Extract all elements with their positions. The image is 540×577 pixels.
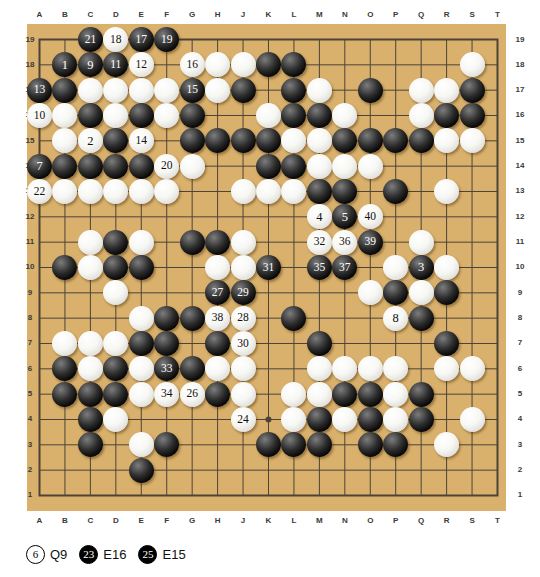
black-stone-G16 [180, 103, 205, 128]
caption-stone-6: 6 [26, 545, 45, 564]
black-stone-M16 [307, 103, 332, 128]
row-label-right-14: 14 [509, 160, 531, 172]
black-stone-L17 [281, 78, 306, 103]
black-stone-K10: 31 [256, 255, 281, 280]
move-number-26: 26 [186, 388, 198, 400]
move-number-33: 33 [161, 363, 173, 375]
move-number-12: 12 [136, 59, 148, 71]
col-label-bottom-P: P [385, 515, 407, 527]
white-stone-J13 [231, 179, 256, 204]
black-stone-O3 [358, 432, 383, 457]
col-label-bottom-T: T [486, 515, 508, 527]
col-label-top-T: T [486, 9, 508, 21]
col-label-top-K: K [257, 9, 279, 21]
white-stone-N11: 36 [332, 230, 357, 255]
move-number-36: 36 [339, 236, 351, 248]
move-number-13: 13 [34, 84, 46, 96]
row-label-right-8: 8 [509, 312, 531, 324]
black-stone-B14 [52, 154, 77, 179]
row-label-left-6: 6 [19, 363, 41, 375]
col-label-top-M: M [308, 9, 330, 21]
col-label-bottom-F: F [156, 515, 178, 527]
col-label-bottom-A: A [29, 515, 51, 527]
col-label-top-D: D [105, 9, 127, 21]
row-label-right-5: 5 [509, 388, 531, 400]
move-number-14: 14 [136, 135, 148, 147]
white-stone-S18 [460, 52, 485, 77]
black-stone-O5 [358, 382, 383, 407]
white-stone-O9 [358, 280, 383, 305]
black-stone-C16 [78, 103, 103, 128]
col-label-top-H: H [207, 9, 229, 21]
black-stone-A14: 7 [27, 154, 52, 179]
white-stone-F17 [154, 78, 179, 103]
white-stone-F14: 20 [154, 154, 179, 179]
black-stone-E16 [129, 103, 154, 128]
move-number-38: 38 [212, 312, 224, 324]
black-stone-Q5 [409, 382, 434, 407]
col-label-top-E: E [130, 9, 152, 21]
caption-stone-23: 23 [79, 545, 98, 564]
white-stone-J8: 28 [231, 306, 256, 331]
row-label-left-9: 9 [19, 287, 41, 299]
white-stone-E6 [129, 356, 154, 381]
move-number-29: 29 [237, 287, 249, 299]
go-diagram-page: AABBCCDDEEFFGGHHJJKKLLMMNNOOPPQQRRSSTT19… [0, 0, 540, 577]
white-stone-M5 [307, 382, 332, 407]
white-stone-P5 [383, 382, 408, 407]
white-stone-C7 [78, 331, 103, 356]
white-stone-C10 [78, 255, 103, 280]
row-label-left-4: 4 [19, 413, 41, 425]
move-number-10: 10 [34, 110, 46, 122]
row-label-left-15: 15 [19, 135, 41, 147]
black-stone-G11 [180, 230, 205, 255]
black-stone-R7 [434, 331, 459, 356]
white-stone-G14 [180, 154, 205, 179]
move-number-11: 11 [110, 59, 121, 71]
col-label-top-F: F [156, 9, 178, 21]
move-number-34: 34 [161, 388, 173, 400]
move-number-7: 7 [36, 160, 42, 173]
move-number-20: 20 [161, 160, 173, 172]
black-stone-G15 [180, 128, 205, 153]
black-stone-D5 [103, 382, 128, 407]
row-label-right-2: 2 [509, 464, 531, 476]
black-stone-G8 [180, 306, 205, 331]
row-label-right-13: 13 [509, 185, 531, 197]
white-stone-L5 [281, 382, 306, 407]
white-stone-E3 [129, 432, 154, 457]
row-label-right-7: 7 [509, 337, 531, 349]
white-stone-S6 [460, 356, 485, 381]
black-stone-G6 [180, 356, 205, 381]
black-stone-F8 [154, 306, 179, 331]
white-stone-C11 [78, 230, 103, 255]
white-stone-J18 [231, 52, 256, 77]
row-label-right-18: 18 [509, 59, 531, 71]
col-label-top-Q: Q [410, 9, 432, 21]
white-stone-O12: 40 [358, 204, 383, 229]
col-label-bottom-H: H [207, 515, 229, 527]
white-stone-K16 [256, 103, 281, 128]
caption-coord-25: E15 [162, 547, 185, 562]
move-number-16: 16 [186, 59, 198, 71]
black-stone-B5 [52, 382, 77, 407]
white-stone-R10 [434, 255, 459, 280]
white-stone-O6 [358, 356, 383, 381]
caption-coord-6: Q9 [50, 547, 67, 562]
white-stone-M17 [307, 78, 332, 103]
black-stone-E19: 17 [129, 27, 154, 52]
black-stone-A17: 13 [27, 78, 52, 103]
row-label-left-19: 19 [19, 34, 41, 46]
black-stone-L14 [281, 154, 306, 179]
row-label-right-6: 6 [509, 363, 531, 375]
col-label-top-P: P [385, 9, 407, 21]
col-label-bottom-R: R [436, 515, 458, 527]
white-stone-Q16 [409, 103, 434, 128]
row-label-left-11: 11 [19, 236, 41, 248]
move-number-21: 21 [85, 34, 97, 46]
white-stone-H17 [205, 78, 230, 103]
col-label-top-O: O [359, 9, 381, 21]
black-stone-E10 [129, 255, 154, 280]
col-label-bottom-O: O [359, 515, 381, 527]
move-number-40: 40 [365, 211, 377, 223]
white-stone-K13 [256, 179, 281, 204]
black-stone-Q15 [409, 128, 434, 153]
black-stone-D11 [103, 230, 128, 255]
black-stone-K14 [256, 154, 281, 179]
move-number-24: 24 [237, 414, 249, 426]
move-number-19: 19 [161, 34, 173, 46]
white-stone-M11: 32 [307, 230, 332, 255]
white-stone-E5 [129, 382, 154, 407]
move-number-22: 22 [34, 186, 46, 198]
white-stone-S4 [460, 407, 485, 432]
col-label-top-J: J [232, 9, 254, 21]
col-label-bottom-D: D [105, 515, 127, 527]
row-label-left-2: 2 [19, 464, 41, 476]
black-stone-E2 [129, 458, 154, 483]
row-label-left-7: 7 [19, 337, 41, 349]
white-stone-H8: 38 [205, 306, 230, 331]
black-stone-O17 [358, 78, 383, 103]
black-stone-O4 [358, 407, 383, 432]
col-label-bottom-L: L [283, 515, 305, 527]
col-label-bottom-C: C [79, 515, 101, 527]
col-label-top-A: A [29, 9, 51, 21]
move-number-35: 35 [314, 262, 326, 274]
col-label-bottom-J: J [232, 515, 254, 527]
row-label-left-5: 5 [19, 388, 41, 400]
row-label-left-1: 1 [19, 489, 41, 501]
move-number-15: 15 [186, 84, 198, 96]
white-stone-C17 [78, 78, 103, 103]
white-stone-Q17 [409, 78, 434, 103]
black-stone-H11 [205, 230, 230, 255]
black-stone-C14 [78, 154, 103, 179]
white-stone-R17 [434, 78, 459, 103]
move-number-4: 4 [316, 211, 322, 224]
black-stone-C4 [78, 407, 103, 432]
row-label-right-3: 3 [509, 439, 531, 451]
row-label-right-17: 17 [509, 84, 531, 96]
black-stone-C5 [78, 382, 103, 407]
white-stone-J6 [231, 356, 256, 381]
white-stone-G5: 26 [180, 382, 205, 407]
col-label-bottom-K: K [257, 515, 279, 527]
move-number-8: 8 [393, 312, 399, 325]
black-stone-S17 [460, 78, 485, 103]
black-stone-G17: 15 [180, 78, 205, 103]
white-stone-A13: 22 [27, 179, 52, 204]
row-label-left-3: 3 [19, 439, 41, 451]
black-stone-E7 [129, 331, 154, 356]
col-label-top-R: R [436, 9, 458, 21]
row-label-left-10: 10 [19, 261, 41, 273]
black-stone-B17 [52, 78, 77, 103]
black-stone-J15 [231, 128, 256, 153]
black-stone-H7 [205, 331, 230, 356]
black-stone-M7 [307, 331, 332, 356]
move-number-27: 27 [212, 287, 224, 299]
black-stone-M10: 35 [307, 255, 332, 280]
row-label-right-4: 4 [509, 413, 531, 425]
col-label-top-L: L [283, 9, 305, 21]
white-stone-D17 [103, 78, 128, 103]
white-stone-J10 [231, 255, 256, 280]
white-stone-E18: 12 [129, 52, 154, 77]
black-stone-M13 [307, 179, 332, 204]
col-label-top-N: N [334, 9, 356, 21]
white-stone-J4: 24 [231, 407, 256, 432]
white-stone-J5 [231, 382, 256, 407]
move-number-31: 31 [263, 262, 275, 274]
move-number-17: 17 [136, 34, 148, 46]
move-number-9: 9 [87, 59, 93, 72]
black-stone-S16 [460, 103, 485, 128]
white-stone-H10 [205, 255, 230, 280]
white-stone-S15 [460, 128, 485, 153]
black-stone-Q4 [409, 407, 434, 432]
black-stone-O15 [358, 128, 383, 153]
white-stone-N14 [332, 154, 357, 179]
white-stone-O14 [358, 154, 383, 179]
black-stone-E14 [129, 154, 154, 179]
col-label-bottom-B: B [54, 515, 76, 527]
row-label-right-15: 15 [509, 135, 531, 147]
white-stone-R13 [434, 179, 459, 204]
black-stone-M4 [307, 407, 332, 432]
white-stone-E11 [129, 230, 154, 255]
white-stone-Q9 [409, 280, 434, 305]
black-stone-N5 [332, 382, 357, 407]
white-stone-Q11 [409, 230, 434, 255]
row-label-right-16: 16 [509, 109, 531, 121]
black-stone-L8 [281, 306, 306, 331]
white-stone-E15: 14 [129, 128, 154, 153]
col-label-top-C: C [79, 9, 101, 21]
white-stone-F5: 34 [154, 382, 179, 407]
caption-stone-25: 25 [138, 545, 157, 564]
col-label-bottom-E: E [130, 515, 152, 527]
white-stone-C13 [78, 179, 103, 204]
row-label-right-12: 12 [509, 211, 531, 223]
col-label-bottom-G: G [181, 515, 203, 527]
white-stone-A16: 10 [27, 103, 52, 128]
white-stone-E8 [129, 306, 154, 331]
row-label-right-10: 10 [509, 261, 531, 273]
black-stone-J17 [231, 78, 256, 103]
move-number-5: 5 [342, 211, 348, 224]
black-stone-D14 [103, 154, 128, 179]
white-stone-P8: 8 [383, 306, 408, 331]
move-number-2: 2 [87, 135, 93, 148]
row-label-right-19: 19 [509, 34, 531, 46]
col-label-top-S: S [461, 9, 483, 21]
black-stone-O11: 39 [358, 230, 383, 255]
black-stone-Q10: 3 [409, 255, 434, 280]
black-stone-C19: 21 [78, 27, 103, 52]
move-number-1: 1 [62, 59, 68, 72]
col-label-top-B: B [54, 9, 76, 21]
row-label-left-12: 12 [19, 211, 41, 223]
col-label-top-G: G [181, 9, 203, 21]
caption-coord-23: E16 [103, 547, 126, 562]
move-number-28: 28 [237, 312, 249, 324]
white-stone-J7: 30 [231, 331, 256, 356]
col-label-bottom-S: S [461, 515, 483, 527]
row-label-left-8: 8 [19, 312, 41, 324]
move-number-37: 37 [339, 262, 351, 274]
white-stone-J11 [231, 230, 256, 255]
black-stone-Q8 [409, 306, 434, 331]
row-label-left-18: 18 [19, 59, 41, 71]
move-number-39: 39 [365, 236, 377, 248]
col-label-bottom-M: M [308, 515, 330, 527]
black-stone-R16 [434, 103, 459, 128]
col-label-bottom-N: N [334, 515, 356, 527]
move-number-18: 18 [110, 34, 122, 46]
row-label-right-11: 11 [509, 236, 531, 248]
move-number-3: 3 [418, 261, 424, 274]
white-stone-G18: 16 [180, 52, 205, 77]
white-stone-M14 [307, 154, 332, 179]
row-label-right-1: 1 [509, 489, 531, 501]
white-stone-E17 [129, 78, 154, 103]
black-stone-J9: 29 [231, 280, 256, 305]
row-label-right-9: 9 [509, 287, 531, 299]
move-number-32: 32 [314, 236, 326, 248]
caption: 6Q923E1625E15 [26, 541, 198, 567]
move-number-30: 30 [237, 338, 249, 350]
col-label-bottom-Q: Q [410, 515, 432, 527]
white-stone-E13 [129, 179, 154, 204]
black-stone-H5 [205, 382, 230, 407]
